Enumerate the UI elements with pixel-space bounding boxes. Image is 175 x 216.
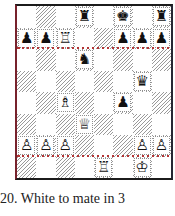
square-b6 <box>36 49 55 71</box>
piece-box-c2: ♙ <box>57 136 74 155</box>
piece-box-g2: ♙ <box>134 136 151 155</box>
piece-box-d6: ♞ <box>76 50 93 69</box>
square-b2: ♙ <box>36 135 55 157</box>
square-f6 <box>113 49 132 71</box>
piece-white-rook-e1: ♖ <box>97 159 110 174</box>
square-h1 <box>152 157 171 179</box>
piece-box-f7: ♟ <box>114 29 131 48</box>
square-e5 <box>94 71 113 93</box>
piece-white-pawn-b2: ♙ <box>39 138 52 153</box>
piece-black-pawn-h7: ♟ <box>155 30 168 45</box>
piece-black-king-f8: ♚ <box>116 9 129 24</box>
square-e8 <box>94 6 113 28</box>
square-h3 <box>152 114 171 136</box>
square-g4 <box>133 92 152 114</box>
piece-black-queen-g5: ♛ <box>135 73 148 88</box>
piece-box-g1: ♔ <box>134 158 151 177</box>
square-f4: ♟ <box>113 92 132 114</box>
piece-white-pawn-c2: ♙ <box>58 138 71 153</box>
square-a6 <box>17 49 36 71</box>
piece-box-b7: ♟ <box>37 29 54 48</box>
square-a4 <box>17 92 36 114</box>
chess-board: ♜♚♜♟♟♖♟♟♟♞♛♗♟♕♙♙♙♙♙♖♔ <box>15 4 173 180</box>
square-h4 <box>152 92 171 114</box>
square-h2: ♙ <box>152 135 171 157</box>
square-c6 <box>56 49 75 71</box>
square-g5: ♛ <box>133 71 152 93</box>
piece-box-f4: ♟ <box>114 93 131 112</box>
piece-white-king-g1: ♔ <box>135 159 148 174</box>
square-g7: ♟ <box>133 28 152 50</box>
square-d5 <box>75 71 94 93</box>
square-e2 <box>94 135 113 157</box>
square-c5 <box>56 71 75 93</box>
square-h5 <box>152 71 171 93</box>
square-c8 <box>56 6 75 28</box>
square-c3 <box>56 114 75 136</box>
square-d4 <box>75 92 94 114</box>
piece-white-pawn-h2: ♙ <box>155 138 168 153</box>
square-d7 <box>75 28 94 50</box>
square-d1 <box>75 157 94 179</box>
piece-box-g7: ♟ <box>134 29 151 48</box>
piece-box-a7: ♟ <box>18 29 35 48</box>
square-g3 <box>133 114 152 136</box>
piece-black-rook-d8: ♜ <box>78 9 91 24</box>
square-e4 <box>94 92 113 114</box>
square-b1 <box>36 157 55 179</box>
square-d6: ♞ <box>75 49 94 71</box>
square-a2: ♙ <box>17 135 36 157</box>
piece-black-pawn-a7: ♟ <box>20 30 33 45</box>
square-h7: ♟ <box>152 28 171 50</box>
piece-box-h7: ♟ <box>153 29 170 48</box>
square-b7: ♟ <box>36 28 55 50</box>
square-f1 <box>113 157 132 179</box>
square-a3 <box>17 114 36 136</box>
square-a7: ♟ <box>17 28 36 50</box>
square-g8 <box>133 6 152 28</box>
piece-box-c4: ♗ <box>57 93 74 112</box>
square-b3 <box>36 114 55 136</box>
piece-box-b2: ♙ <box>37 136 54 155</box>
square-f8: ♚ <box>113 6 132 28</box>
square-e1: ♖ <box>94 157 113 179</box>
square-g6 <box>133 49 152 71</box>
square-a1 <box>17 157 36 179</box>
square-b4 <box>36 92 55 114</box>
piece-black-pawn-b7: ♟ <box>39 30 52 45</box>
piece-box-f8: ♚ <box>114 7 131 26</box>
piece-white-pawn-g2: ♙ <box>135 138 148 153</box>
piece-box-e1: ♖ <box>95 158 112 177</box>
piece-white-queen-d3: ♕ <box>78 116 91 131</box>
square-f5 <box>113 71 132 93</box>
square-d3: ♕ <box>75 114 94 136</box>
square-g2: ♙ <box>133 135 152 157</box>
square-h6 <box>152 49 171 71</box>
piece-box-g5: ♛ <box>134 72 151 91</box>
square-e6 <box>94 49 113 71</box>
square-c2: ♙ <box>56 135 75 157</box>
square-a8 <box>17 6 36 28</box>
piece-white-pawn-a2: ♙ <box>20 138 33 153</box>
piece-black-pawn-f7: ♟ <box>116 30 129 45</box>
square-f3 <box>113 114 132 136</box>
piece-black-rook-h8: ♜ <box>155 9 168 24</box>
piece-black-pawn-g7: ♟ <box>135 30 148 45</box>
piece-box-h2: ♙ <box>153 136 170 155</box>
piece-box-c7: ♖ <box>57 29 74 48</box>
square-f2 <box>113 135 132 157</box>
piece-box-h8: ♜ <box>153 7 170 26</box>
square-c4: ♗ <box>56 92 75 114</box>
square-e3 <box>94 114 113 136</box>
square-c1 <box>56 157 75 179</box>
piece-black-pawn-f4: ♟ <box>116 95 129 110</box>
piece-black-knight-d6: ♞ <box>78 52 91 67</box>
square-a5 <box>17 71 36 93</box>
piece-white-rook-c7: ♖ <box>58 30 71 45</box>
square-b5 <box>36 71 55 93</box>
square-d8: ♜ <box>75 6 94 28</box>
piece-white-bishop-c4: ♗ <box>58 95 71 110</box>
piece-box-d3: ♕ <box>76 115 93 134</box>
piece-box-a2: ♙ <box>18 136 35 155</box>
square-e7 <box>94 28 113 50</box>
piece-box-d8: ♜ <box>76 7 93 26</box>
square-h8: ♜ <box>152 6 171 28</box>
square-d2 <box>75 135 94 157</box>
square-f7: ♟ <box>113 28 132 50</box>
puzzle-caption: 20. White to mate in 3 <box>0 191 175 207</box>
square-c7: ♖ <box>56 28 75 50</box>
square-b8 <box>36 6 55 28</box>
square-g1: ♔ <box>133 157 152 179</box>
